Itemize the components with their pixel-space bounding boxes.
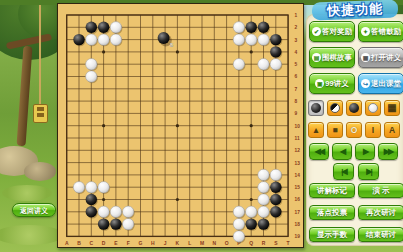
row-label: 7 <box>295 87 298 92</box>
white-stone <box>86 182 97 193</box>
notes-99-button[interactable]: ▣ 99讲义 <box>309 73 355 94</box>
action-button-group: 讲解标记 演 示 落点投票 再次研讨 显示手数 结束研讨 <box>309 183 403 242</box>
white-stone <box>258 169 269 180</box>
white-stone <box>258 206 269 217</box>
exit-classroom-button[interactable]: ↪ 退出课堂 <box>358 73 403 94</box>
column-label: L <box>188 240 191 246</box>
white-stone <box>110 34 121 45</box>
screen-icon: ▣ <box>315 79 324 88</box>
black-stone <box>246 22 257 33</box>
app-window: ABCDEFGHJKLMNOPQRST123456789101112131415… <box>0 0 403 252</box>
return-to-notes-button[interactable]: 返回讲义 <box>12 203 56 217</box>
black-stone <box>98 22 109 33</box>
white-stone <box>98 206 109 217</box>
star-point <box>176 124 179 127</box>
white-stone <box>98 182 109 193</box>
step-forward-button[interactable]: ▶ <box>355 143 375 160</box>
panel-title: 快捷功能 <box>312 0 399 20</box>
row-label: 8 <box>295 99 298 104</box>
demonstrate-button[interactable]: 演 示 <box>358 183 403 198</box>
discuss-again-button[interactable]: 再次研讨 <box>358 205 403 220</box>
star-point <box>176 198 179 201</box>
column-label: K <box>176 240 180 246</box>
button-label: 退出课堂 <box>371 79 401 89</box>
star-point <box>250 50 253 53</box>
lecture-mark-button[interactable]: 讲解标记 <box>309 183 355 198</box>
to-end-button[interactable]: ▶| <box>358 163 379 180</box>
white-stone <box>110 206 121 217</box>
black-stone <box>270 46 281 57</box>
black-stone <box>110 218 121 229</box>
black-stone <box>270 194 281 205</box>
row-label: 1 <box>295 13 298 18</box>
row-label: 19 <box>295 234 301 239</box>
black-stone <box>270 182 281 193</box>
row-label: 14 <box>295 173 301 178</box>
column-label: Q <box>249 240 253 246</box>
column-label: E <box>114 240 118 246</box>
white-stone <box>258 34 269 45</box>
board-grid-icon: ▦ <box>387 103 396 113</box>
button-label: 99讲义 <box>325 79 348 89</box>
column-label: M <box>200 240 204 246</box>
button-label: 答错鼓励 <box>371 27 401 37</box>
marker-tool-group: ▲ ■ O I A <box>308 122 400 138</box>
button-label: 围棋故事 <box>322 53 352 63</box>
white-stone <box>110 22 121 33</box>
pending-black-stone[interactable] <box>158 32 170 44</box>
column-label: A <box>65 240 69 246</box>
row-label: 17 <box>295 210 301 215</box>
black-stone <box>86 206 97 217</box>
button-label: 打开讲义 <box>371 53 401 63</box>
star-point <box>176 50 179 53</box>
black-stone <box>86 22 97 33</box>
white-stone <box>258 194 269 205</box>
white-stone <box>233 206 244 217</box>
open-notes-button[interactable]: ▦ 打开讲义 <box>358 47 403 68</box>
row-label: 9 <box>295 111 298 116</box>
pending-move-number: 8 <box>170 42 173 48</box>
white-stone <box>270 59 281 70</box>
row-label: 12 <box>295 148 301 153</box>
move-navigation-group: ◀◀ ◀ ▶ ▶▶ <box>309 143 398 160</box>
white-stone <box>86 71 97 82</box>
column-label: F <box>127 240 130 246</box>
column-label: C <box>89 240 93 246</box>
grass-patch <box>2 185 52 201</box>
tool-place-black-selected[interactable] <box>308 100 324 116</box>
exit-icon: ↪ <box>361 79 370 88</box>
marker-square-button[interactable]: ■ <box>327 122 343 138</box>
column-label: S <box>274 240 278 246</box>
marker-line-button[interactable]: I <box>365 122 381 138</box>
button-label: 答对奖励 <box>322 27 352 37</box>
white-stone <box>233 231 244 242</box>
row-label: 3 <box>295 38 298 43</box>
white-stone <box>258 182 269 193</box>
fast-forward-button[interactable]: ▶▶ <box>378 143 398 160</box>
tool-board[interactable]: ▦ <box>384 100 400 116</box>
white-stone <box>258 59 269 70</box>
to-start-button[interactable]: |◀ <box>333 163 354 180</box>
row-label: 15 <box>295 185 301 190</box>
column-label: R <box>262 240 266 246</box>
black-stone <box>258 218 269 229</box>
quick-button-group: ✔ 答对奖励 ✦ 答错鼓励 ▤ 围棋故事 ▦ 打开讲义 ▣ 99讲义 ↪ 退出课… <box>309 21 403 94</box>
document-icon: ▦ <box>361 53 370 62</box>
row-label: 10 <box>295 124 301 129</box>
black-stone <box>98 218 109 229</box>
marker-circle-button[interactable]: O <box>346 122 362 138</box>
go-story-button[interactable]: ▤ 围棋故事 <box>309 47 355 68</box>
stone-tool-group: ▦ <box>308 100 400 116</box>
black-stone-icon <box>349 103 359 113</box>
white-stone <box>86 59 97 70</box>
show-move-numbers-button[interactable]: 显示手数 <box>309 227 355 242</box>
white-stone <box>123 206 134 217</box>
column-label: B <box>77 240 81 246</box>
white-stone <box>233 218 244 229</box>
star-point <box>102 124 105 127</box>
move-navigation-ends-group: |◀ ▶| <box>333 163 379 180</box>
white-stone <box>270 169 281 180</box>
row-label: 6 <box>295 74 298 79</box>
answer-wrong-encourage-button[interactable]: ✦ 答错鼓励 <box>358 21 403 42</box>
column-label: N <box>212 240 216 246</box>
black-stone <box>270 34 281 45</box>
tool-black-stone[interactable] <box>346 100 362 116</box>
marker-triangle-button[interactable]: ▲ <box>308 122 324 138</box>
book-icon: ▤ <box>312 53 321 62</box>
answer-correct-reward-button[interactable]: ✔ 答对奖励 <box>309 21 355 42</box>
white-stone-icon <box>368 103 378 113</box>
row-label: 5 <box>295 62 298 67</box>
white-stone <box>123 218 134 229</box>
column-label: D <box>102 240 106 246</box>
white-stone <box>98 34 109 45</box>
row-label: 18 <box>295 222 301 227</box>
star-icon: ✦ <box>361 27 370 36</box>
function-panel: 快捷功能 ✔ 答对奖励 ✦ 答错鼓励 ▤ 围棋故事 ▦ 打开讲义 ▣ 99讲义 <box>304 0 403 252</box>
star-point <box>102 198 105 201</box>
fast-rewind-button[interactable]: ◀◀ <box>309 143 329 160</box>
end-discussion-button[interactable]: 结束研讨 <box>358 227 403 242</box>
row-label: 2 <box>295 25 298 30</box>
board-grid: ABCDEFGHJKLMNOPQRST123456789101112131415… <box>58 4 303 247</box>
tool-alternate-stones[interactable] <box>327 100 343 116</box>
white-stone <box>233 59 244 70</box>
hanging-sign <box>33 104 48 123</box>
white-stone <box>246 34 257 45</box>
row-label: 11 <box>295 136 300 141</box>
black-stone <box>73 34 84 45</box>
hanging-rope <box>39 4 41 106</box>
row-label: 16 <box>295 197 301 202</box>
rock <box>24 162 56 181</box>
column-label: J <box>164 240 167 246</box>
check-icon: ✔ <box>312 27 321 36</box>
go-board[interactable]: ABCDEFGHJKLMNOPQRST123456789101112131415… <box>57 3 304 248</box>
white-stone <box>233 34 244 45</box>
white-stone <box>86 34 97 45</box>
row-label: 13 <box>295 161 301 166</box>
marker-letter-button[interactable]: A <box>384 122 400 138</box>
column-label: T <box>287 240 290 246</box>
star-point <box>102 50 105 53</box>
column-label: H <box>151 240 155 246</box>
star-point <box>250 198 253 201</box>
black-stone-icon <box>311 103 321 113</box>
white-stone <box>233 22 244 33</box>
column-label: O <box>225 240 229 246</box>
black-stone <box>246 218 257 229</box>
white-stone <box>73 182 84 193</box>
column-label: G <box>139 240 143 246</box>
step-back-button[interactable]: ◀ <box>332 143 352 160</box>
row-label: 4 <box>295 50 298 55</box>
black-stone <box>258 22 269 33</box>
black-stone <box>270 206 281 217</box>
half-black-white-stone-icon <box>330 103 340 113</box>
white-stone <box>246 206 257 217</box>
black-stone <box>86 194 97 205</box>
tool-white-stone[interactable] <box>365 100 381 116</box>
point-vote-button[interactable]: 落点投票 <box>309 205 355 220</box>
star-point <box>250 124 253 127</box>
